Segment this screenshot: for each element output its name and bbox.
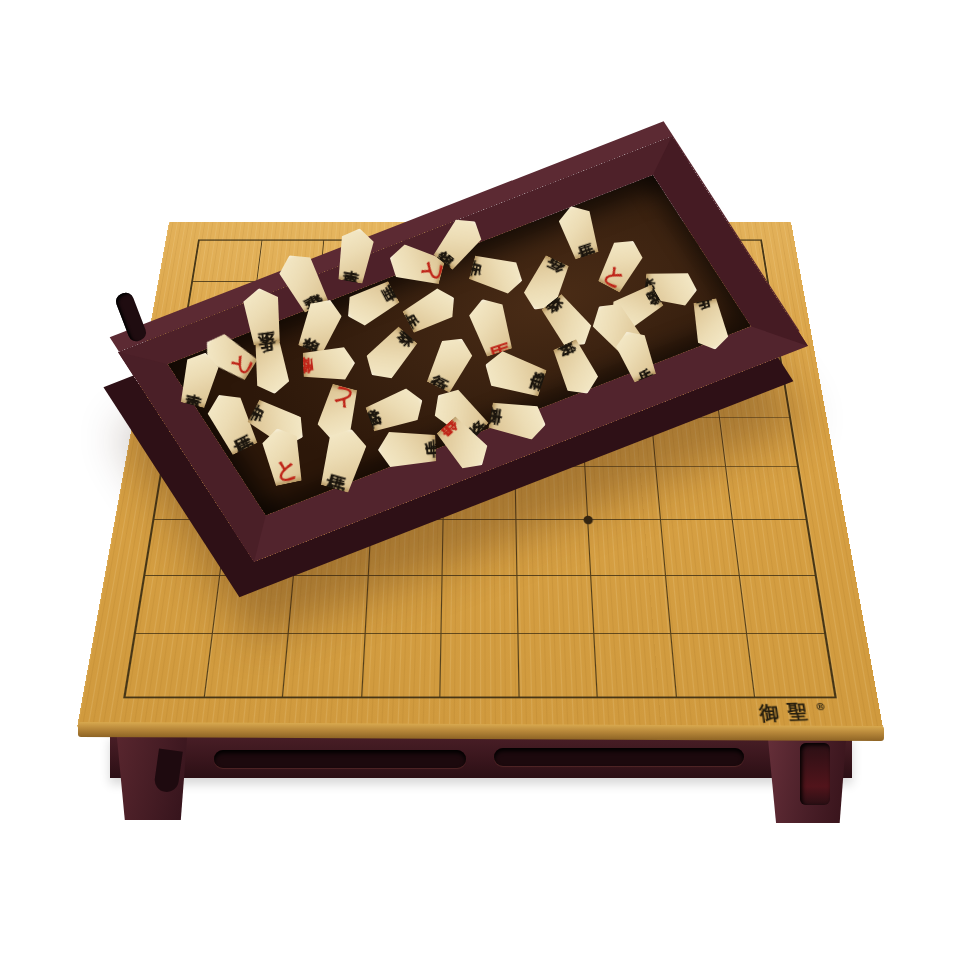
board-cell[interactable] — [136, 576, 220, 635]
koma-kanji: と — [399, 250, 433, 279]
koma-kanji: 角行 — [441, 357, 459, 368]
board-cell[interactable] — [740, 576, 824, 635]
board-cell[interactable] — [748, 634, 835, 696]
koma-kanji: 金将 — [668, 279, 673, 296]
board-cell[interactable] — [517, 576, 595, 635]
leg-notch — [153, 749, 183, 794]
koma-kanji: 成香 — [327, 355, 332, 372]
tray-handle-slot — [114, 290, 149, 343]
koma-kanji: 銀将 — [311, 320, 329, 330]
board-cell[interactable] — [212, 576, 294, 635]
board-cell[interactable] — [515, 467, 588, 520]
koma-kanji: 歩兵 — [262, 365, 280, 371]
koma-kanji: 金将 — [382, 348, 398, 363]
koma-kanji: 角行 — [537, 279, 555, 290]
koma-kanji: 銀将 — [629, 300, 641, 317]
board-cell[interactable] — [283, 634, 365, 696]
board-cell[interactable] — [666, 576, 748, 635]
koma-kanji: 歩兵 — [493, 265, 501, 283]
board-cell[interactable] — [589, 520, 666, 576]
koma-kanji: 桂馬 — [222, 416, 242, 428]
koma-kanji: 飛車 — [294, 275, 313, 288]
board-cell[interactable] — [586, 467, 661, 520]
hoshi-dot — [584, 516, 594, 524]
board-cell[interactable] — [671, 634, 755, 696]
board-cell[interactable] — [289, 576, 369, 635]
koma-kanji: 桂馬 — [333, 454, 354, 463]
board-cell[interactable] — [733, 520, 814, 576]
board-cell[interactable] — [652, 417, 727, 467]
koma-kanji: 玉将 — [567, 363, 585, 374]
koma-kanji: 成銀 — [456, 438, 472, 453]
board-cell[interactable] — [204, 634, 288, 696]
koma-kanji: 桂馬 — [365, 295, 377, 312]
koma-kanji: 飛車 — [509, 364, 519, 384]
board-cell[interactable] — [661, 520, 740, 576]
board-cell[interactable] — [516, 520, 591, 576]
koma-kanji: 歩兵 — [405, 439, 410, 458]
koma-kanji: 香車 — [346, 251, 364, 258]
board-cell[interactable] — [595, 634, 677, 696]
koma-kanji: 歩兵 — [628, 350, 645, 360]
board-cell[interactable] — [592, 576, 672, 635]
board-cell[interactable] — [720, 417, 797, 467]
koma-kanji: と — [323, 396, 352, 430]
board-cell[interactable] — [443, 520, 517, 576]
koma-kanji: 歩兵 — [425, 301, 437, 318]
koma-kanji: 香車 — [514, 411, 521, 430]
leg-groove — [800, 743, 830, 805]
apron-groove-right — [494, 748, 744, 766]
board-cell[interactable] — [126, 634, 213, 696]
board-cell[interactable] — [362, 634, 442, 696]
koma-kanji: 香車 — [190, 375, 208, 383]
koma-kanji: 王将 — [254, 313, 273, 320]
registered-mark: ® — [814, 701, 826, 713]
brand-label: 御聖® — [757, 698, 829, 727]
table-leg-left — [112, 736, 192, 820]
brand-text: 御聖 — [758, 700, 819, 725]
board-cell[interactable] — [518, 634, 598, 696]
board-cell[interactable] — [656, 467, 733, 520]
table-leg-right — [764, 733, 850, 823]
board-cell[interactable] — [442, 576, 518, 635]
product-scene: 御聖® 桂馬と金将歩兵銀将香車飛車と銀将歩兵角行龍金将馬歩兵桂馬銀将王将と香車歩… — [0, 0, 960, 960]
koma-kanji: 金将 — [560, 316, 576, 330]
board-cell[interactable] — [193, 241, 262, 282]
board-cell[interactable] — [368, 520, 443, 576]
board-cell[interactable] — [145, 520, 226, 576]
koma-kanji: 龍 — [607, 319, 628, 337]
koma-kanji: 桂馬 — [570, 226, 588, 235]
koma-kanji: 馬 — [479, 320, 503, 331]
koma-kanji: 銀将 — [391, 401, 401, 420]
board-cell[interactable] — [441, 634, 520, 696]
koma-kanji: と — [268, 439, 297, 473]
koma-kanji: 銀将 — [451, 235, 467, 249]
board-cell[interactable] — [727, 467, 806, 520]
board-cell[interactable] — [365, 576, 443, 635]
apron-groove-left — [214, 750, 466, 768]
koma-kanji: 歩兵 — [702, 321, 719, 328]
